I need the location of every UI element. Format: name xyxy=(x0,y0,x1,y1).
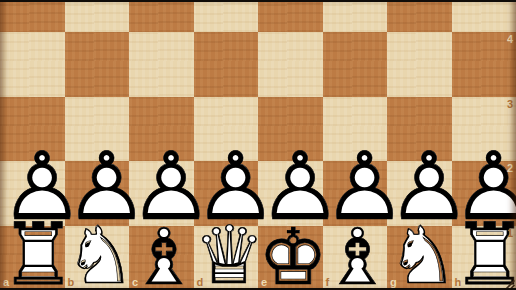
square-g1[interactable]: ♞♘g xyxy=(387,226,452,290)
white-knight-fill-glyph: ♞ xyxy=(65,216,130,290)
square-a4[interactable] xyxy=(0,32,65,97)
square-b1[interactable]: ♞♘b xyxy=(65,226,130,290)
square-e3[interactable] xyxy=(258,97,323,162)
square-c2[interactable]: ♟♙ xyxy=(129,161,194,226)
square-e5[interactable] xyxy=(258,0,323,32)
white-bishop-fill-glyph: ♝ xyxy=(323,218,388,290)
piece-white-king-e1[interactable]: ♚♔ xyxy=(258,226,323,290)
square-g5[interactable] xyxy=(387,0,452,32)
square-g2[interactable]: ♟♙ xyxy=(387,161,452,226)
white-queen-fill-glyph: ♛ xyxy=(194,216,259,290)
square-d3[interactable] xyxy=(194,97,259,162)
white-bishop-fill-glyph: ♝ xyxy=(129,218,194,290)
square-c1[interactable]: ♝♗c xyxy=(129,226,194,290)
piece-white-rook-a1[interactable]: ♜♖ xyxy=(0,226,65,290)
white-king-outline-glyph: ♔ xyxy=(258,218,323,290)
square-g3[interactable] xyxy=(387,97,452,162)
piece-white-pawn-d2[interactable]: ♟♙ xyxy=(194,161,259,226)
white-knight-fill-glyph: ♞ xyxy=(387,216,452,290)
white-bishop-outline-glyph: ♗ xyxy=(323,218,388,290)
square-a3[interactable] xyxy=(0,97,65,162)
board-resize-handle-icon[interactable] xyxy=(502,275,515,288)
square-c4[interactable] xyxy=(129,32,194,97)
white-queen-outline-glyph: ♕ xyxy=(194,216,259,290)
square-f5[interactable] xyxy=(323,0,388,32)
square-d5[interactable] xyxy=(194,0,259,32)
square-c5[interactable] xyxy=(129,0,194,32)
square-a1[interactable]: ♜♖a xyxy=(0,226,65,290)
square-f1[interactable]: ♝♗f xyxy=(323,226,388,290)
piece-white-bishop-f1[interactable]: ♝♗ xyxy=(323,226,388,290)
white-knight-outline-glyph: ♘ xyxy=(387,216,452,290)
square-a2[interactable]: ♟♙ xyxy=(0,161,65,226)
piece-white-knight-b1[interactable]: ♞♘ xyxy=(65,226,130,290)
rank-label-4: 4 xyxy=(507,34,513,45)
square-h2[interactable]: ♟♙2 xyxy=(452,161,516,226)
square-b3[interactable] xyxy=(65,97,130,162)
square-f3[interactable] xyxy=(323,97,388,162)
square-d4[interactable] xyxy=(194,32,259,97)
square-f4[interactable] xyxy=(323,32,388,97)
piece-white-pawn-e2[interactable]: ♟♙ xyxy=(258,161,323,226)
chess-board: 43♟♙♟♙♟♙♟♙♟♙♟♙♟♙♟♙2♜♖a♞♘b♝♗c♛♕d♚♔e♝♗f♞♘g… xyxy=(0,0,516,290)
piece-white-pawn-c2[interactable]: ♟♙ xyxy=(129,161,194,226)
piece-white-pawn-a2[interactable]: ♟♙ xyxy=(0,161,65,226)
white-king-fill-glyph: ♚ xyxy=(258,218,323,290)
piece-white-pawn-f2[interactable]: ♟♙ xyxy=(323,161,388,226)
square-b4[interactable] xyxy=(65,32,130,97)
piece-white-queen-d1[interactable]: ♛♕ xyxy=(194,226,259,290)
square-a5[interactable] xyxy=(0,0,65,32)
square-e1[interactable]: ♚♔e xyxy=(258,226,323,290)
rank-label-3: 3 xyxy=(507,99,513,110)
square-e2[interactable]: ♟♙ xyxy=(258,161,323,226)
square-h3[interactable]: 3 xyxy=(452,97,516,162)
piece-white-pawn-b2[interactable]: ♟♙ xyxy=(65,161,130,226)
square-b2[interactable]: ♟♙ xyxy=(65,161,130,226)
white-bishop-outline-glyph: ♗ xyxy=(129,218,194,290)
white-knight-outline-glyph: ♘ xyxy=(65,216,130,290)
piece-white-bishop-c1[interactable]: ♝♗ xyxy=(129,226,194,290)
piece-white-knight-g1[interactable]: ♞♘ xyxy=(387,226,452,290)
piece-white-pawn-g2[interactable]: ♟♙ xyxy=(387,161,452,226)
square-h4[interactable]: 4 xyxy=(452,32,516,97)
square-d1[interactable]: ♛♕d xyxy=(194,226,259,290)
square-h1[interactable]: ♜♖h1 xyxy=(452,226,516,290)
square-f2[interactable]: ♟♙ xyxy=(323,161,388,226)
square-b5[interactable] xyxy=(65,0,130,32)
piece-white-pawn-h2[interactable]: ♟♙ xyxy=(452,161,516,226)
square-h5[interactable] xyxy=(452,0,516,32)
square-g4[interactable] xyxy=(387,32,452,97)
square-c3[interactable] xyxy=(129,97,194,162)
chess-board-viewport: 43♟♙♟♙♟♙♟♙♟♙♟♙♟♙♟♙2♜♖a♞♘b♝♗c♛♕d♚♔e♝♗f♞♘g… xyxy=(0,0,516,290)
square-e4[interactable] xyxy=(258,32,323,97)
square-d2[interactable]: ♟♙ xyxy=(194,161,259,226)
